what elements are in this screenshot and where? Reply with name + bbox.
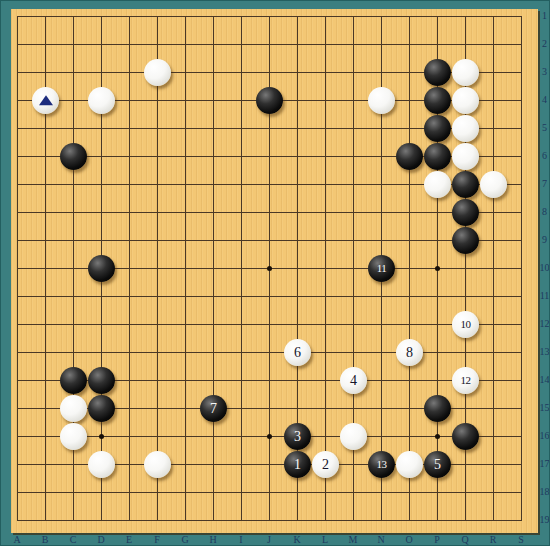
row-label-14: 14: [538, 374, 550, 386]
grid-line: [521, 16, 522, 521]
col-label-C: C: [66, 534, 80, 546]
stone-white-N4[interactable]: [368, 87, 395, 114]
stone-black-P4[interactable]: [424, 87, 451, 114]
stone-black-C14[interactable]: [60, 367, 87, 394]
star-point-P10: [435, 266, 440, 271]
stone-white-P7[interactable]: [424, 171, 451, 198]
row-label-15: 15: [538, 402, 550, 414]
col-label-I: I: [234, 534, 248, 546]
stone-black-Q8[interactable]: [452, 199, 479, 226]
stone-black-P3[interactable]: [424, 59, 451, 86]
stone-black-N17[interactable]: 13: [368, 451, 395, 478]
move-number: 6: [294, 346, 301, 360]
row-label-3: 3: [538, 66, 550, 78]
stone-black-N10[interactable]: 11: [368, 255, 395, 282]
stone-white-O17[interactable]: [396, 451, 423, 478]
stone-black-D14[interactable]: [88, 367, 115, 394]
row-label-2: 2: [538, 38, 550, 50]
go-board-frame: 1110684127312135 ABCDEFGHIJKLMNOPQRS1234…: [0, 0, 550, 546]
move-number: 13: [377, 459, 387, 470]
col-label-K: K: [290, 534, 304, 546]
row-label-6: 6: [538, 150, 550, 162]
stone-white-Q6[interactable]: [452, 143, 479, 170]
stone-white-C15[interactable]: [60, 395, 87, 422]
stone-white-D4[interactable]: [88, 87, 115, 114]
stone-black-D15[interactable]: [88, 395, 115, 422]
stone-white-Q3[interactable]: [452, 59, 479, 86]
col-label-G: G: [178, 534, 192, 546]
col-label-R: R: [486, 534, 500, 546]
row-label-10: 10: [538, 262, 550, 274]
triangle-marker-icon: [39, 95, 53, 105]
col-label-N: N: [374, 534, 388, 546]
grid-line: [493, 16, 494, 521]
row-label-13: 13: [538, 346, 550, 358]
stone-white-Q12[interactable]: 10: [452, 311, 479, 338]
stone-black-P5[interactable]: [424, 115, 451, 142]
move-number: 10: [461, 319, 471, 330]
col-label-A: A: [10, 534, 24, 546]
stone-white-F3[interactable]: [144, 59, 171, 86]
star-point-P16: [435, 434, 440, 439]
col-label-F: F: [150, 534, 164, 546]
col-label-P: P: [430, 534, 444, 546]
col-label-J: J: [262, 534, 276, 546]
stone-black-Q7[interactable]: [452, 171, 479, 198]
stone-black-H15[interactable]: 7: [200, 395, 227, 422]
row-label-12: 12: [538, 318, 550, 330]
stone-black-K17[interactable]: 1: [284, 451, 311, 478]
row-label-5: 5: [538, 122, 550, 134]
col-label-O: O: [402, 534, 416, 546]
move-number: 5: [434, 458, 441, 472]
move-number: 2: [322, 458, 329, 472]
move-number: 11: [377, 263, 387, 274]
stone-black-P6[interactable]: [424, 143, 451, 170]
stone-white-O13[interactable]: 8: [396, 339, 423, 366]
move-number: 7: [210, 402, 217, 416]
col-label-D: D: [94, 534, 108, 546]
col-label-L: L: [318, 534, 332, 546]
stone-white-B4[interactable]: [32, 87, 59, 114]
stone-white-F17[interactable]: [144, 451, 171, 478]
stone-black-P17[interactable]: 5: [424, 451, 451, 478]
row-label-11: 11: [538, 290, 550, 302]
stone-black-P15[interactable]: [424, 395, 451, 422]
stone-white-Q14[interactable]: 12: [452, 367, 479, 394]
stone-white-Q4[interactable]: [452, 87, 479, 114]
stone-white-K13[interactable]: 6: [284, 339, 311, 366]
go-board[interactable]: 1110684127312135: [11, 9, 538, 533]
row-label-1: 1: [538, 10, 550, 22]
row-label-19: 19: [538, 514, 550, 526]
stone-white-M16[interactable]: [340, 423, 367, 450]
stone-black-Q9[interactable]: [452, 227, 479, 254]
stone-black-K16[interactable]: 3: [284, 423, 311, 450]
move-number: 4: [350, 374, 357, 388]
stone-black-J4[interactable]: [256, 87, 283, 114]
col-label-M: M: [346, 534, 360, 546]
stone-white-R7[interactable]: [480, 171, 507, 198]
row-label-4: 4: [538, 94, 550, 106]
stone-white-L17[interactable]: 2: [312, 451, 339, 478]
stone-white-D17[interactable]: [88, 451, 115, 478]
stone-black-O6[interactable]: [396, 143, 423, 170]
stone-black-Q16[interactable]: [452, 423, 479, 450]
row-label-9: 9: [538, 234, 550, 246]
col-label-S: S: [514, 534, 528, 546]
grid-line: [17, 296, 522, 297]
col-label-Q: Q: [458, 534, 472, 546]
move-number: 12: [461, 375, 471, 386]
stone-white-Q5[interactable]: [452, 115, 479, 142]
grid-line: [17, 492, 522, 493]
star-point-J10: [267, 266, 272, 271]
star-point-D16: [99, 434, 104, 439]
grid-line: [17, 520, 522, 521]
move-number: 1: [294, 458, 301, 472]
col-label-E: E: [122, 534, 136, 546]
stone-white-M14[interactable]: 4: [340, 367, 367, 394]
row-label-18: 18: [538, 486, 550, 498]
stone-black-C6[interactable]: [60, 143, 87, 170]
grid-line: [17, 324, 522, 325]
row-label-16: 16: [538, 430, 550, 442]
row-label-8: 8: [538, 206, 550, 218]
move-number: 3: [294, 430, 301, 444]
col-label-B: B: [38, 534, 52, 546]
star-point-J16: [267, 434, 272, 439]
grid-line: [325, 16, 326, 521]
row-label-17: 17: [538, 458, 550, 470]
col-label-H: H: [206, 534, 220, 546]
move-number: 8: [406, 346, 413, 360]
grid-line: [409, 16, 410, 521]
stone-white-C16[interactable]: [60, 423, 87, 450]
stone-black-D10[interactable]: [88, 255, 115, 282]
row-label-7: 7: [538, 178, 550, 190]
grid-line: [17, 352, 522, 353]
